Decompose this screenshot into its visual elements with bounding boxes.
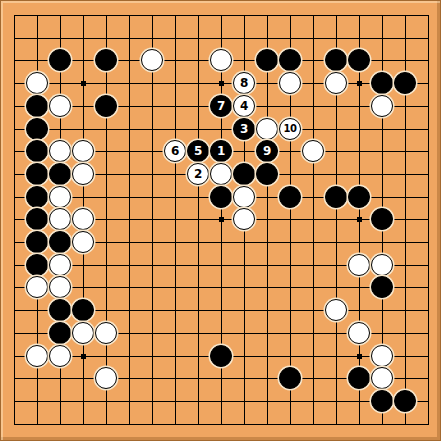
white-stone[interactable] bbox=[210, 49, 232, 71]
black-stone[interactable] bbox=[325, 186, 347, 208]
black-stone[interactable] bbox=[348, 367, 370, 389]
white-stone[interactable] bbox=[210, 163, 232, 185]
white-stone[interactable] bbox=[233, 186, 255, 208]
grid-line-vertical bbox=[175, 15, 176, 425]
black-stone[interactable] bbox=[371, 72, 393, 94]
white-stone[interactable] bbox=[72, 140, 94, 162]
move-2-stone[interactable]: 2 bbox=[187, 163, 209, 185]
star-point bbox=[357, 354, 362, 359]
white-stone[interactable] bbox=[302, 140, 324, 162]
black-stone[interactable] bbox=[26, 163, 48, 185]
grid-line-horizontal bbox=[14, 401, 429, 402]
black-stone[interactable] bbox=[26, 231, 48, 253]
white-stone[interactable] bbox=[348, 322, 370, 344]
grid-line-vertical bbox=[428, 15, 429, 425]
move-number-label: 8 bbox=[240, 77, 248, 89]
black-stone[interactable] bbox=[348, 49, 370, 71]
move-6-stone[interactable]: 6 bbox=[164, 140, 186, 162]
black-stone[interactable] bbox=[210, 186, 232, 208]
black-stone[interactable] bbox=[233, 163, 255, 185]
black-stone[interactable] bbox=[49, 231, 71, 253]
move-number-label: 5 bbox=[194, 145, 202, 157]
white-stone[interactable] bbox=[26, 72, 48, 94]
star-point bbox=[357, 217, 362, 222]
white-stone[interactable] bbox=[26, 276, 48, 298]
white-stone[interactable] bbox=[141, 49, 163, 71]
white-stone[interactable] bbox=[72, 163, 94, 185]
grid-line-vertical bbox=[14, 15, 15, 425]
move-8-stone[interactable]: 8 bbox=[233, 72, 255, 94]
grid-line-horizontal bbox=[14, 287, 429, 288]
move-number-label: 6 bbox=[171, 145, 179, 157]
move-number-label: 9 bbox=[263, 145, 271, 157]
move-5-stone[interactable]: 5 bbox=[187, 140, 209, 162]
black-stone[interactable] bbox=[394, 390, 416, 412]
grid-line-vertical bbox=[152, 15, 153, 425]
black-stone[interactable] bbox=[95, 95, 117, 117]
white-stone[interactable] bbox=[49, 140, 71, 162]
black-stone[interactable] bbox=[371, 276, 393, 298]
white-stone[interactable] bbox=[49, 95, 71, 117]
grid-line-vertical bbox=[198, 15, 199, 425]
star-point bbox=[81, 81, 86, 86]
star-point bbox=[357, 81, 362, 86]
black-stone[interactable] bbox=[95, 49, 117, 71]
black-stone[interactable] bbox=[49, 49, 71, 71]
move-7-stone[interactable]: 7 bbox=[210, 95, 232, 117]
move-3-stone[interactable]: 3 bbox=[233, 118, 255, 140]
white-stone[interactable] bbox=[325, 72, 347, 94]
white-stone[interactable] bbox=[371, 254, 393, 276]
black-stone[interactable] bbox=[26, 254, 48, 276]
grid-line-vertical bbox=[106, 15, 107, 425]
grid-line-horizontal bbox=[14, 424, 429, 425]
black-stone[interactable] bbox=[72, 299, 94, 321]
move-number-label: 1 bbox=[217, 145, 225, 157]
white-stone[interactable] bbox=[233, 208, 255, 230]
black-stone[interactable] bbox=[26, 208, 48, 230]
white-stone[interactable] bbox=[371, 345, 393, 367]
go-board[interactable]: 87431065192 bbox=[0, 0, 441, 441]
white-stone[interactable] bbox=[49, 276, 71, 298]
star-point bbox=[219, 217, 224, 222]
white-stone[interactable] bbox=[49, 208, 71, 230]
white-stone[interactable] bbox=[49, 186, 71, 208]
black-stone[interactable] bbox=[256, 163, 278, 185]
move-number-label: 2 bbox=[194, 168, 202, 180]
move-1-stone[interactable]: 1 bbox=[210, 140, 232, 162]
black-stone[interactable] bbox=[371, 208, 393, 230]
white-stone[interactable] bbox=[72, 208, 94, 230]
black-stone[interactable] bbox=[348, 186, 370, 208]
white-stone[interactable] bbox=[26, 345, 48, 367]
move-number-label: 7 bbox=[217, 100, 225, 112]
white-stone[interactable] bbox=[371, 367, 393, 389]
grid-line-vertical bbox=[267, 15, 268, 425]
grid-line-vertical bbox=[313, 15, 314, 425]
star-point bbox=[81, 354, 86, 359]
black-stone[interactable] bbox=[256, 49, 278, 71]
move-4-stone[interactable]: 4 bbox=[233, 95, 255, 117]
white-stone[interactable] bbox=[72, 231, 94, 253]
black-stone[interactable] bbox=[371, 390, 393, 412]
move-10-stone[interactable]: 10 bbox=[279, 118, 301, 140]
white-stone[interactable] bbox=[49, 345, 71, 367]
black-stone[interactable] bbox=[394, 72, 416, 94]
black-stone[interactable] bbox=[26, 95, 48, 117]
move-number-label: 10 bbox=[284, 124, 297, 134]
white-stone[interactable] bbox=[371, 95, 393, 117]
black-stone[interactable] bbox=[325, 49, 347, 71]
white-stone[interactable] bbox=[49, 254, 71, 276]
white-stone[interactable] bbox=[256, 118, 278, 140]
white-stone[interactable] bbox=[279, 72, 301, 94]
move-number-label: 3 bbox=[240, 123, 248, 135]
black-stone[interactable] bbox=[26, 140, 48, 162]
white-stone[interactable] bbox=[95, 367, 117, 389]
white-stone[interactable] bbox=[348, 254, 370, 276]
move-9-stone[interactable]: 9 bbox=[256, 140, 278, 162]
black-stone[interactable] bbox=[49, 299, 71, 321]
white-stone[interactable] bbox=[95, 322, 117, 344]
black-stone[interactable] bbox=[26, 118, 48, 140]
move-number-label: 4 bbox=[240, 100, 248, 112]
black-stone[interactable] bbox=[279, 367, 301, 389]
black-stone[interactable] bbox=[210, 345, 232, 367]
black-stone[interactable] bbox=[49, 163, 71, 185]
grid-line-vertical bbox=[129, 15, 130, 425]
white-stone[interactable] bbox=[325, 299, 347, 321]
white-stone[interactable] bbox=[72, 322, 94, 344]
black-stone[interactable] bbox=[26, 186, 48, 208]
black-stone[interactable] bbox=[279, 186, 301, 208]
black-stone[interactable] bbox=[279, 49, 301, 71]
black-stone[interactable] bbox=[49, 322, 71, 344]
star-point bbox=[219, 81, 224, 86]
